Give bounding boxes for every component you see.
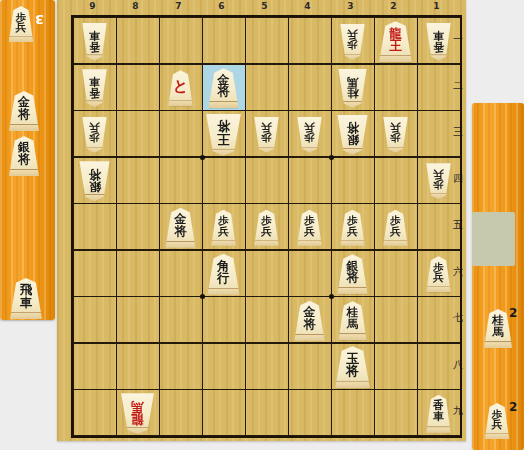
piece-kanji: 銀将	[89, 168, 101, 196]
gote-captured-stand: 歩兵3金将銀将飛車	[0, 0, 55, 320]
cell-1h[interactable]	[417, 343, 460, 390]
cell-8g[interactable]	[116, 296, 159, 343]
file-label-4: 4	[304, 1, 310, 11]
piece-kanji: 桂馬	[347, 307, 359, 334]
shogi-board-grid: 香車歩兵龍王香車香車と金将桂馬歩兵王将歩兵歩兵銀将歩兵銀将歩兵金将歩兵歩兵歩兵歩…	[71, 15, 462, 438]
cell-9g[interactable]	[73, 296, 116, 343]
cell-7h[interactable]	[159, 343, 202, 390]
sente-captured-stand: 桂馬2歩兵2	[472, 103, 524, 450]
piece-kanji: 銀将	[347, 121, 359, 149]
cell-1g[interactable]	[417, 296, 460, 343]
hand-slot-highlight	[472, 212, 515, 266]
cell-2b[interactable]	[374, 64, 417, 111]
cell-9f[interactable]	[73, 250, 116, 297]
cell-5b[interactable]	[245, 64, 288, 111]
shogi-board: 987654321 一二三四五六七八九 香車歩兵龍王香車香車と金将桂馬歩兵王将歩…	[57, 0, 466, 441]
piece-kanji: 金将	[304, 307, 316, 335]
sente-hand-count-knight: 2	[509, 306, 517, 320]
cell-7i[interactable]	[159, 389, 202, 436]
piece-kanji: 銀将	[18, 142, 30, 170]
cell-5d[interactable]	[245, 157, 288, 204]
cell-8d[interactable]	[116, 157, 159, 204]
cell-8a[interactable]	[116, 17, 159, 64]
cell-9e[interactable]	[73, 203, 116, 250]
cell-7c[interactable]	[159, 110, 202, 157]
cell-5a[interactable]	[245, 17, 288, 64]
cell-6g[interactable]	[202, 296, 245, 343]
piece-kanji: 歩兵	[390, 215, 401, 240]
piece-kanji: 香車	[433, 401, 444, 427]
piece-kanji: 龍王	[389, 28, 402, 57]
cell-2d[interactable]	[374, 157, 417, 204]
cell-6i[interactable]	[202, 389, 245, 436]
piece-kanji: 歩兵	[433, 169, 444, 194]
cell-4b[interactable]	[288, 64, 331, 111]
piece-kanji: 香車	[89, 29, 100, 55]
piece-kanji: 銀将	[347, 261, 359, 289]
piece-kanji: 香車	[89, 75, 100, 101]
file-label-7: 7	[175, 1, 181, 11]
piece-kanji: 龍馬	[131, 400, 144, 429]
piece-hand-silver[interactable]: 銀将	[8, 136, 40, 176]
piece-kanji: 歩兵	[347, 215, 358, 240]
file-label-1: 1	[433, 1, 439, 11]
cell-4d[interactable]	[288, 157, 331, 204]
cell-5g[interactable]	[245, 296, 288, 343]
piece-kanji: 香車	[433, 29, 444, 55]
piece-kanji: 飛車	[20, 284, 33, 313]
cell-1c[interactable]	[417, 110, 460, 157]
cell-2g[interactable]	[374, 296, 417, 343]
sente-hand-count-pawn: 2	[509, 400, 517, 414]
cell-5h[interactable]	[245, 343, 288, 390]
piece-kanji: 歩兵	[304, 215, 315, 240]
file-label-3: 3	[347, 1, 353, 11]
piece-hand-pawn[interactable]: 歩兵	[8, 6, 34, 42]
piece-kanji: 歩兵	[16, 12, 27, 37]
piece-kanji: 歩兵	[89, 122, 100, 147]
cell-1e[interactable]	[417, 203, 460, 250]
cell-5i[interactable]	[245, 389, 288, 436]
cell-2f[interactable]	[374, 250, 417, 297]
cell-8e[interactable]	[116, 203, 159, 250]
piece-kanji: 歩兵	[492, 409, 503, 434]
cell-2i[interactable]	[374, 389, 417, 436]
file-label-9: 9	[89, 1, 95, 11]
cell-7d[interactable]	[159, 157, 202, 204]
gote-hand-count-pawn: 3	[35, 12, 44, 27]
hoshi-dot	[329, 294, 334, 299]
piece-kanji: 王将	[217, 120, 230, 149]
piece-kanji: 歩兵	[347, 29, 358, 54]
piece-kanji: 歩兵	[390, 122, 401, 147]
piece-kanji: 歩兵	[261, 122, 272, 147]
cell-6a[interactable]	[202, 17, 245, 64]
cell-3i[interactable]	[331, 389, 374, 436]
cell-8f[interactable]	[116, 250, 159, 297]
piece-hand-gold[interactable]: 金将	[8, 91, 40, 131]
piece-hand-rook[interactable]: 飛車	[9, 278, 43, 319]
cell-4h[interactable]	[288, 343, 331, 390]
cell-7g[interactable]	[159, 296, 202, 343]
cell-9h[interactable]	[73, 343, 116, 390]
cell-7f[interactable]	[159, 250, 202, 297]
piece-kanji: 歩兵	[261, 215, 272, 240]
hoshi-dot	[200, 294, 205, 299]
piece-kanji: 角行	[217, 260, 230, 289]
cell-5f[interactable]	[245, 250, 288, 297]
piece-kanji: 玉将	[346, 353, 359, 382]
piece-kanji: 金将	[175, 214, 187, 242]
cell-3d[interactable]	[331, 157, 374, 204]
cell-4a[interactable]	[288, 17, 331, 64]
piece-kanji: と	[173, 79, 188, 98]
piece-hand-pawn[interactable]: 歩兵	[484, 403, 510, 439]
cell-6d[interactable]	[202, 157, 245, 204]
cell-2h[interactable]	[374, 343, 417, 390]
cell-6h[interactable]	[202, 343, 245, 390]
shogi-app: 歩兵3金将銀将飛車 987654321 一二三四五六七八九 香車歩兵龍王香車香車…	[0, 0, 524, 450]
file-label-5: 5	[261, 1, 267, 11]
cell-8c[interactable]	[116, 110, 159, 157]
cell-9i[interactable]	[73, 389, 116, 436]
piece-kanji: 桂馬	[347, 75, 359, 102]
cell-4i[interactable]	[288, 389, 331, 436]
hoshi-dot	[329, 155, 334, 160]
file-label-8: 8	[132, 1, 138, 11]
cell-4f[interactable]	[288, 250, 331, 297]
cell-7a[interactable]	[159, 17, 202, 64]
piece-kanji: 歩兵	[433, 262, 444, 287]
piece-kanji: 歩兵	[218, 215, 229, 240]
cell-1b[interactable]	[417, 64, 460, 111]
piece-kanji: 金将	[18, 97, 30, 125]
file-label-6: 6	[218, 1, 224, 11]
hoshi-dot	[200, 155, 205, 160]
cell-8b[interactable]	[116, 64, 159, 111]
piece-kanji: 金将	[218, 75, 230, 103]
piece-kanji: 歩兵	[304, 122, 315, 147]
cell-8h[interactable]	[116, 343, 159, 390]
piece-kanji: 桂馬	[492, 315, 504, 342]
file-label-2: 2	[390, 1, 396, 11]
